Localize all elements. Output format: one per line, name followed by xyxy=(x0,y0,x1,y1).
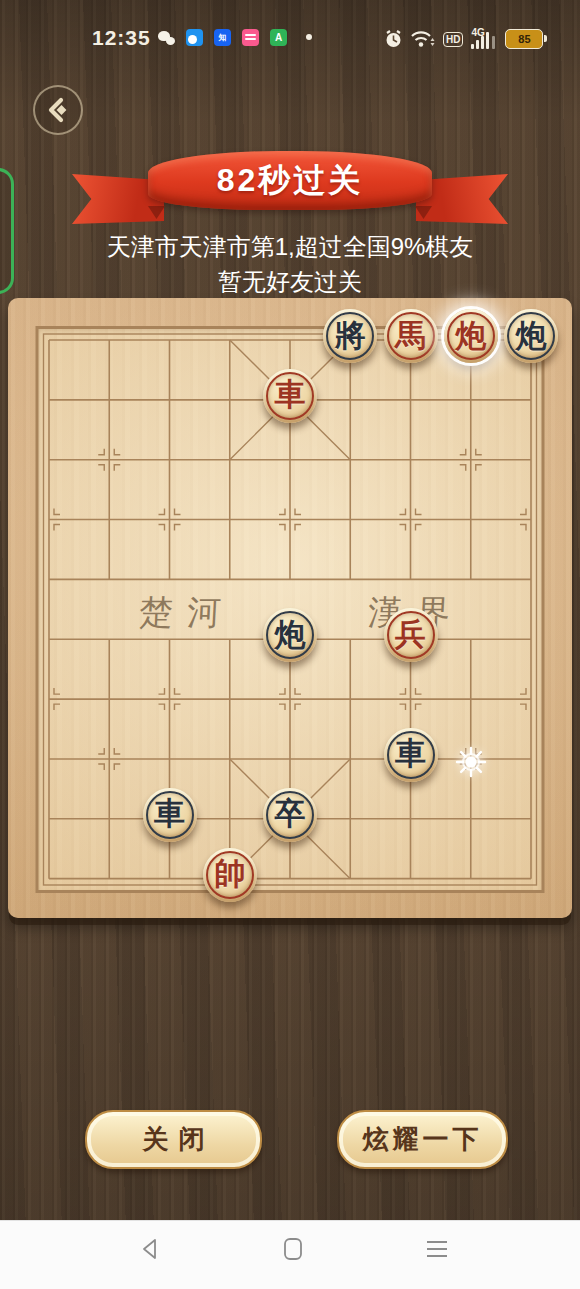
back-chevron-icon xyxy=(46,97,70,123)
zhihu-icon: 知 xyxy=(214,29,231,46)
target-cursor-icon xyxy=(454,745,488,779)
black-piece-炮[interactable]: 炮 xyxy=(504,309,558,363)
piece-character: 車 xyxy=(275,379,306,410)
green-a-icon: A xyxy=(270,29,287,46)
red-piece-帥[interactable]: 帥 xyxy=(203,848,257,902)
red-piece-兵[interactable]: 兵 xyxy=(384,608,438,662)
notification-dot-icon xyxy=(306,34,312,40)
ribbon-band: 82秒过关 xyxy=(148,151,432,210)
nav-menu-icon[interactable] xyxy=(423,1235,451,1263)
battery-icon: 85 xyxy=(505,29,543,49)
black-piece-卒[interactable]: 卒 xyxy=(263,788,317,842)
piece-character: 車 xyxy=(395,738,426,769)
piece-character: 將 xyxy=(335,320,366,351)
status-bar: 12:35 知 A HD 4G 85 xyxy=(0,24,580,54)
browser-icon xyxy=(186,29,203,46)
back-button[interactable] xyxy=(33,85,83,135)
black-piece-車[interactable]: 車 xyxy=(384,728,438,782)
piece-character: 車 xyxy=(154,798,185,829)
notification-icons: 知 A xyxy=(158,28,312,46)
hd-badge: HD xyxy=(443,32,463,47)
result-banner: 82秒过关 xyxy=(60,146,520,236)
red-piece-馬[interactable]: 馬 xyxy=(384,309,438,363)
black-piece-車[interactable]: 車 xyxy=(143,788,197,842)
system-icons: HD 4G 85 xyxy=(384,26,543,52)
piece-character: 卒 xyxy=(275,798,306,829)
red-piece-車[interactable]: 車 xyxy=(263,369,317,423)
black-piece-炮[interactable]: 炮 xyxy=(263,608,317,662)
alarm-clock-icon xyxy=(384,29,403,49)
signal-4g-icon: 4G xyxy=(471,28,497,50)
pink-app-icon xyxy=(242,29,259,46)
black-piece-將[interactable]: 將 xyxy=(323,309,377,363)
piece-character: 炮 xyxy=(516,320,547,351)
xiangqi-board[interactable]: 楚河 漢界 將馬炮炮車炮兵車車卒帥 xyxy=(8,298,572,918)
river-label-left: 楚河 xyxy=(138,590,236,636)
red-piece-炮[interactable]: 炮 xyxy=(444,309,498,363)
banner-title: 82秒过关 xyxy=(217,159,364,203)
android-nav-bar xyxy=(0,1221,580,1289)
piece-character: 炮 xyxy=(455,320,486,351)
wechat-icon xyxy=(158,29,175,46)
friends-text: 暂无好友过关 xyxy=(0,266,580,298)
nav-home-icon[interactable] xyxy=(279,1235,307,1263)
clock-time: 12:35 xyxy=(92,26,151,50)
piece-character: 兵 xyxy=(395,619,426,650)
piece-character: 帥 xyxy=(214,858,245,889)
show-off-button[interactable]: 炫耀一下 xyxy=(337,1110,508,1169)
rank-text: 天津市天津市第1,超过全国9%棋友 xyxy=(0,231,580,263)
nav-back-icon[interactable] xyxy=(136,1235,164,1263)
piece-character: 馬 xyxy=(395,320,426,351)
piece-character: 炮 xyxy=(275,619,306,650)
wifi-icon xyxy=(411,29,435,49)
close-button[interactable]: 关闭 xyxy=(85,1110,262,1169)
